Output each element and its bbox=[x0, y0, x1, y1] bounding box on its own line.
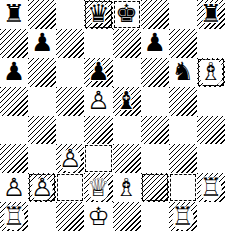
black-rook-piece[interactable]: ♜ bbox=[3, 1, 25, 27]
square-c3[interactable]: ♙ bbox=[56, 144, 84, 173]
square-g5[interactable] bbox=[169, 87, 197, 116]
square-g4[interactable] bbox=[169, 116, 197, 145]
square-e1[interactable] bbox=[113, 202, 141, 231]
square-c2[interactable] bbox=[56, 173, 84, 202]
square-h3[interactable] bbox=[197, 144, 225, 173]
square-f8[interactable] bbox=[141, 0, 169, 29]
square-a3[interactable] bbox=[0, 144, 28, 173]
square-e4[interactable] bbox=[113, 116, 141, 145]
chess-diagram: ♜♛♚♜♟♟♟♟♞♗♙♝♙♙♙♕♗♖♖♔♖ bbox=[0, 0, 225, 231]
square-f3[interactable] bbox=[141, 144, 169, 173]
square-e5[interactable]: ♝ bbox=[113, 87, 141, 116]
square-d2[interactable]: ♕ bbox=[84, 173, 112, 202]
square-a1[interactable]: ♖ bbox=[0, 202, 28, 231]
square-e2[interactable]: ♗ bbox=[113, 173, 141, 202]
white-rook-piece[interactable]: ♖ bbox=[200, 175, 222, 201]
square-d3[interactable] bbox=[84, 144, 112, 173]
square-f7[interactable]: ♟ bbox=[141, 29, 169, 58]
square-d6[interactable]: ♟ bbox=[84, 58, 112, 87]
square-b4[interactable] bbox=[28, 116, 56, 145]
square-b3[interactable] bbox=[28, 144, 56, 173]
white-queen-piece[interactable]: ♕ bbox=[87, 175, 109, 201]
square-a4[interactable] bbox=[0, 116, 28, 145]
square-c8[interactable] bbox=[56, 0, 84, 29]
square-b7[interactable]: ♟ bbox=[28, 29, 56, 58]
square-b8[interactable] bbox=[28, 0, 56, 29]
square-f2[interactable] bbox=[141, 173, 169, 202]
white-rook-piece[interactable]: ♖ bbox=[172, 204, 194, 230]
white-pawn-piece[interactable]: ♙ bbox=[87, 88, 109, 114]
black-king-piece[interactable]: ♚ bbox=[115, 1, 137, 27]
black-pawn-piece[interactable]: ♟ bbox=[3, 59, 25, 85]
square-h6[interactable]: ♗ bbox=[197, 58, 225, 87]
black-pawn-piece[interactable]: ♟ bbox=[87, 59, 109, 85]
black-pawn-piece[interactable]: ♟ bbox=[143, 30, 165, 56]
square-b6[interactable] bbox=[28, 58, 56, 87]
square-d7[interactable] bbox=[84, 29, 112, 58]
square-g2[interactable] bbox=[169, 173, 197, 202]
square-e7[interactable] bbox=[113, 29, 141, 58]
square-e3[interactable] bbox=[113, 144, 141, 173]
square-e8[interactable]: ♚ bbox=[113, 0, 141, 29]
square-d1[interactable]: ♔ bbox=[84, 202, 112, 231]
white-king-piece[interactable]: ♔ bbox=[87, 204, 109, 230]
white-rook-piece[interactable]: ♖ bbox=[3, 204, 25, 230]
black-pawn-piece[interactable]: ♟ bbox=[31, 30, 53, 56]
square-a7[interactable] bbox=[0, 29, 28, 58]
square-b1[interactable] bbox=[28, 202, 56, 231]
square-b5[interactable] bbox=[28, 87, 56, 116]
square-a2[interactable]: ♙ bbox=[0, 173, 28, 202]
square-h7[interactable] bbox=[197, 29, 225, 58]
white-bishop-piece[interactable]: ♗ bbox=[115, 175, 137, 201]
square-c4[interactable] bbox=[56, 116, 84, 145]
square-f1[interactable] bbox=[141, 202, 169, 231]
square-g1[interactable]: ♖ bbox=[169, 202, 197, 231]
square-g6[interactable]: ♞ bbox=[169, 58, 197, 87]
square-c6[interactable] bbox=[56, 58, 84, 87]
square-c1[interactable] bbox=[56, 202, 84, 231]
square-b2[interactable]: ♙ bbox=[28, 173, 56, 202]
square-c5[interactable] bbox=[56, 87, 84, 116]
square-h1[interactable] bbox=[197, 202, 225, 231]
white-bishop-piece[interactable]: ♗ bbox=[200, 59, 222, 85]
square-h8[interactable]: ♜ bbox=[197, 0, 225, 29]
square-h5[interactable] bbox=[197, 87, 225, 116]
square-f5[interactable] bbox=[141, 87, 169, 116]
white-pawn-piece[interactable]: ♙ bbox=[3, 175, 25, 201]
square-a8[interactable]: ♜ bbox=[0, 0, 28, 29]
white-pawn-piece[interactable]: ♙ bbox=[31, 175, 53, 201]
white-pawn-piece[interactable]: ♙ bbox=[59, 146, 81, 172]
black-rook-piece[interactable]: ♜ bbox=[200, 1, 222, 27]
square-a6[interactable]: ♟ bbox=[0, 58, 28, 87]
square-g8[interactable] bbox=[169, 0, 197, 29]
square-h2[interactable]: ♖ bbox=[197, 173, 225, 202]
chess-board[interactable]: ♜♛♚♜♟♟♟♟♞♗♙♝♙♙♙♕♗♖♖♔♖ bbox=[0, 0, 225, 231]
square-e6[interactable] bbox=[113, 58, 141, 87]
square-f4[interactable] bbox=[141, 116, 169, 145]
square-d8[interactable]: ♛ bbox=[84, 0, 112, 29]
black-bishop-piece[interactable]: ♝ bbox=[115, 88, 137, 114]
square-c7[interactable] bbox=[56, 29, 84, 58]
square-d4[interactable] bbox=[84, 116, 112, 145]
square-f6[interactable] bbox=[141, 58, 169, 87]
square-a5[interactable] bbox=[0, 87, 28, 116]
square-g7[interactable] bbox=[169, 29, 197, 58]
square-h4[interactable] bbox=[197, 116, 225, 145]
square-d5[interactable]: ♙ bbox=[84, 87, 112, 116]
black-queen-piece[interactable]: ♛ bbox=[87, 1, 109, 27]
square-g3[interactable] bbox=[169, 144, 197, 173]
black-knight-piece[interactable]: ♞ bbox=[172, 59, 194, 85]
